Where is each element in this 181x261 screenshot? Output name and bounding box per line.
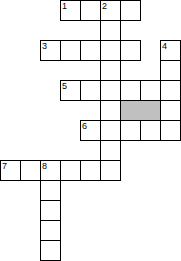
cell-r12-c2[interactable] (40, 240, 61, 261)
cell-r4-c4[interactable] (80, 80, 101, 101)
clue-number-4: 4 (162, 41, 167, 51)
shaded-block (120, 100, 161, 121)
clue-number-1: 1 (62, 1, 67, 11)
clue-number-7: 7 (2, 161, 7, 171)
clue-number-6: 6 (82, 121, 87, 131)
clue-number-2: 2 (102, 1, 107, 11)
clue-number-5: 5 (62, 81, 67, 91)
cell-r2-c3[interactable] (60, 40, 81, 61)
cell-r7-c5[interactable] (100, 140, 121, 161)
cell-r8-c1[interactable] (20, 160, 41, 181)
cell-r0-c5[interactable]: 2 (100, 0, 121, 21)
cell-r4-c6[interactable] (120, 80, 141, 101)
cell-r8-c0[interactable]: 7 (0, 160, 21, 181)
cell-r3-c5[interactable] (100, 60, 121, 81)
cell-r4-c7[interactable] (140, 80, 161, 101)
cell-r8-c2[interactable]: 8 (40, 160, 61, 181)
cell-r4-c3[interactable]: 5 (60, 80, 81, 101)
clue-number-8: 8 (42, 161, 47, 171)
cell-r2-c6[interactable] (120, 40, 141, 61)
cell-r4-c5[interactable] (100, 80, 121, 101)
cell-r8-c4[interactable] (80, 160, 101, 181)
crossword-puzzle-page: 12345678 (0, 0, 181, 261)
clue-number-3: 3 (42, 41, 47, 51)
cell-r3-c8[interactable] (160, 60, 181, 81)
cell-r5-c8[interactable] (160, 100, 181, 121)
cell-r6-c5[interactable] (100, 120, 121, 141)
cell-r6-c7[interactable] (140, 120, 161, 141)
cell-r9-c2[interactable] (40, 180, 61, 201)
cell-r5-c5[interactable] (100, 100, 121, 121)
cell-r0-c3[interactable]: 1 (60, 0, 81, 21)
cell-r10-c2[interactable] (40, 200, 61, 221)
cell-r1-c5[interactable] (100, 20, 121, 41)
cell-r6-c6[interactable] (120, 120, 141, 141)
cell-r4-c8[interactable] (160, 80, 181, 101)
cell-r6-c4[interactable]: 6 (80, 120, 101, 141)
cell-r2-c5[interactable] (100, 40, 121, 61)
cell-r6-c8[interactable] (160, 120, 181, 141)
cell-r2-c4[interactable] (80, 40, 101, 61)
cell-r2-c8[interactable]: 4 (160, 40, 181, 61)
cell-r8-c5[interactable] (100, 160, 121, 181)
cell-r2-c2[interactable]: 3 (40, 40, 61, 61)
cell-r8-c3[interactable] (60, 160, 81, 181)
cell-r11-c2[interactable] (40, 220, 61, 241)
crossword-grid: 12345678 (0, 0, 181, 261)
cell-r0-c4[interactable] (80, 0, 101, 21)
cell-r0-c6[interactable] (120, 0, 141, 21)
